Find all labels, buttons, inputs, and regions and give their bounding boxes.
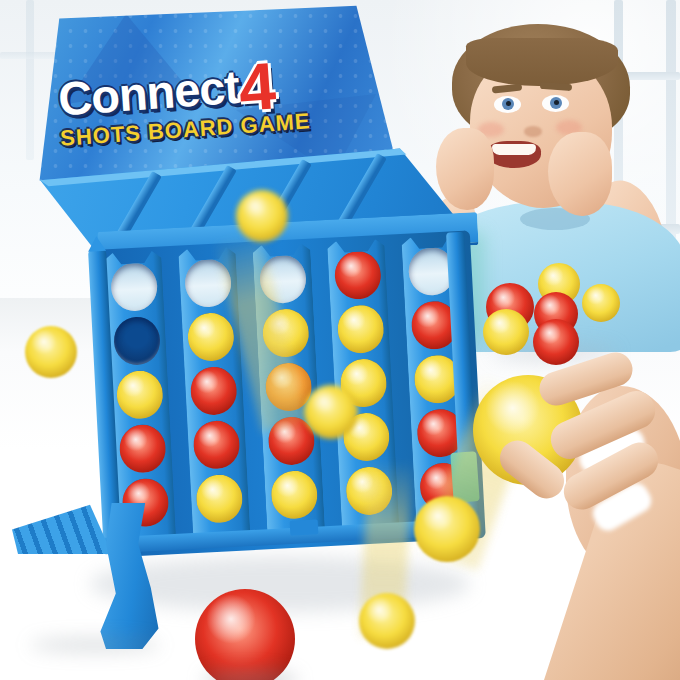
hole-with-red-ball [190,366,238,416]
product-photo-connect4-shots: Connect4 SHOTS BOARD GAME [0,0,680,680]
empty-hole-open [110,262,158,312]
hole-with-yellow-ball [196,474,244,524]
hole-with-red-ball [193,420,241,470]
window-frame-left-vertical [26,0,34,160]
table-ball-6 [533,319,579,365]
child-left-hand [436,128,494,210]
red-board-ball [193,420,241,470]
hole-with-yellow-ball [336,304,384,354]
window-frame-left-horizontal [0,52,64,59]
foreground-red-ball [195,589,295,680]
window-frame-right-vertical-2 [666,0,676,245]
yellow-board-ball [187,312,235,362]
hole-with-yellow-ball [115,370,163,420]
yellow-board-ball [270,470,318,520]
red-board-ball [333,250,381,300]
yellow-board-ball [115,370,163,420]
right-pupil [554,100,559,105]
hole-with-red-ball [333,250,381,300]
child-teeth [492,144,536,155]
red-board-ball [118,424,166,474]
board-bottom-tab [290,519,319,535]
child-smile [487,141,541,168]
airborne-bounce-ball [236,190,288,242]
left-pupil [506,101,511,106]
hole-with-yellow-ball [187,312,235,362]
yellow-board-ball [196,474,244,524]
child-right-hand [548,132,612,216]
falling-bottom-ball [359,593,415,649]
leg-shadow [30,638,160,652]
yellow-board-ball [336,304,384,354]
airborne-mid-ball [304,385,358,439]
child-left-eye [494,96,521,113]
hole-with-yellow-ball [270,470,318,520]
table-ball-4 [582,284,620,322]
falling-right-ball [414,496,480,562]
red-board-ball [190,366,238,416]
pole-tip [87,236,106,252]
table-ball-5 [483,309,529,355]
airborne-left-ball [25,326,77,378]
child-nose [524,126,542,137]
hole-with-red-ball [118,424,166,474]
empty-hole-dark [113,316,161,366]
child-right-eye [542,95,569,112]
